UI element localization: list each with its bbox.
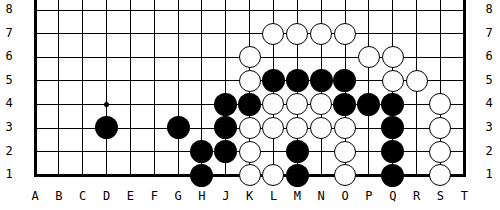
- board-cell[interactable]: [452, 93, 476, 117]
- board-cell[interactable]: [309, 45, 333, 69]
- board-cell[interactable]: [190, 45, 214, 69]
- stone-black: [214, 93, 237, 116]
- board-cell[interactable]: [47, 0, 71, 22]
- board-cell[interactable]: [47, 69, 71, 93]
- stone-white: [262, 93, 284, 115]
- stone-white: [334, 117, 356, 139]
- board-cell[interactable]: [190, 116, 214, 140]
- col-label: G: [171, 189, 185, 203]
- stone-white: [262, 23, 284, 45]
- board-cell[interactable]: [428, 45, 452, 69]
- stone-white: [310, 23, 332, 45]
- board-cell[interactable]: [381, 69, 405, 93]
- row-label-left: 6: [2, 49, 16, 63]
- board-cell[interactable]: [118, 163, 142, 187]
- row-label-right: 5: [482, 73, 496, 87]
- board-cell[interactable]: [166, 140, 190, 164]
- board-cell[interactable]: [262, 22, 286, 46]
- board-cell[interactable]: [262, 140, 286, 164]
- board-cell[interactable]: [309, 140, 333, 164]
- board-cell[interactable]: [238, 140, 262, 164]
- board-cell[interactable]: [333, 45, 357, 69]
- board-cell[interactable]: [309, 69, 333, 93]
- row-label-left: 4: [2, 96, 16, 110]
- col-label: B: [52, 189, 66, 203]
- board-cell[interactable]: [285, 140, 309, 164]
- board-cell[interactable]: [118, 22, 142, 46]
- board-cell[interactable]: [452, 116, 476, 140]
- stone-black: [333, 69, 356, 92]
- board-cell[interactable]: [142, 163, 166, 187]
- board-cell[interactable]: [285, 45, 309, 69]
- board-cell[interactable]: [71, 140, 95, 164]
- stone-white: [310, 117, 332, 139]
- stone-white: [262, 164, 284, 186]
- board-cell[interactable]: [333, 140, 357, 164]
- stone-white: [429, 141, 451, 163]
- stone-black: [95, 116, 118, 139]
- stone-white: [239, 117, 261, 139]
- board-cell[interactable]: [190, 69, 214, 93]
- stone-white: [358, 46, 380, 68]
- board-cell[interactable]: [262, 93, 286, 117]
- board-cell[interactable]: [405, 93, 429, 117]
- board-cell[interactable]: [262, 0, 286, 22]
- stone-black: [381, 93, 404, 116]
- board-cell[interactable]: [238, 116, 262, 140]
- board-cell[interactable]: [357, 0, 381, 22]
- board-cell[interactable]: [238, 163, 262, 187]
- board-cell[interactable]: [405, 0, 429, 22]
- board-cell[interactable]: [71, 69, 95, 93]
- board-cell[interactable]: [238, 93, 262, 117]
- board-cell[interactable]: [428, 0, 452, 22]
- col-label: E: [123, 189, 137, 203]
- board-cell[interactable]: [118, 45, 142, 69]
- board-cell[interactable]: [95, 140, 119, 164]
- board-cell[interactable]: [381, 163, 405, 187]
- board-cell[interactable]: [262, 116, 286, 140]
- board-cell[interactable]: [405, 116, 429, 140]
- board-cell[interactable]: [214, 93, 238, 117]
- board-cell[interactable]: [452, 45, 476, 69]
- col-label: A: [28, 189, 42, 203]
- col-label: K: [243, 189, 257, 203]
- board-cell[interactable]: [381, 22, 405, 46]
- board-cell[interactable]: [214, 140, 238, 164]
- stone-white: [262, 117, 284, 139]
- board-cell[interactable]: [238, 69, 262, 93]
- board-cell[interactable]: [23, 22, 47, 46]
- col-label: J: [219, 189, 233, 203]
- row-label-right: 6: [482, 49, 496, 63]
- stone-white: [429, 117, 451, 139]
- board-cell[interactable]: [142, 0, 166, 22]
- stone-black: [286, 140, 309, 163]
- board-cell[interactable]: [142, 140, 166, 164]
- board-cell[interactable]: [47, 163, 71, 187]
- stone-white: [286, 117, 308, 139]
- board-cell[interactable]: [309, 0, 333, 22]
- stone-black: [190, 140, 213, 163]
- stone-white: [286, 93, 308, 115]
- board-cell[interactable]: [333, 22, 357, 46]
- board-cell[interactable]: [285, 22, 309, 46]
- col-label: N: [314, 189, 328, 203]
- board-cell[interactable]: [142, 69, 166, 93]
- board-cell[interactable]: [452, 163, 476, 187]
- board-cell[interactable]: [452, 140, 476, 164]
- board-cell[interactable]: [262, 69, 286, 93]
- board-cell[interactable]: [47, 45, 71, 69]
- row-label-left: 5: [2, 73, 16, 87]
- board-cell[interactable]: [47, 22, 71, 46]
- board-cell[interactable]: [190, 22, 214, 46]
- board-cell[interactable]: [95, 0, 119, 22]
- board-cell[interactable]: [309, 22, 333, 46]
- stone-white: [239, 141, 261, 163]
- board-cell[interactable]: [214, 22, 238, 46]
- board-cell[interactable]: [142, 93, 166, 117]
- board-cell[interactable]: [47, 93, 71, 117]
- row-label-right: 8: [482, 2, 496, 16]
- board-cell[interactable]: [71, 93, 95, 117]
- board-cell[interactable]: [23, 93, 47, 117]
- stone-white: [286, 23, 308, 45]
- board-cell[interactable]: [357, 140, 381, 164]
- col-label: F: [147, 189, 161, 203]
- board-cell[interactable]: [381, 93, 405, 117]
- row-label-left: 7: [2, 26, 16, 40]
- board-cell[interactable]: [357, 22, 381, 46]
- row-label-left: 1: [2, 167, 16, 181]
- board-cell[interactable]: [71, 22, 95, 46]
- board-cell[interactable]: [23, 140, 47, 164]
- board-cell[interactable]: [23, 0, 47, 22]
- board-cell[interactable]: [118, 69, 142, 93]
- col-label: S: [433, 189, 447, 203]
- board-cell[interactable]: [166, 116, 190, 140]
- board-cell[interactable]: [118, 93, 142, 117]
- board-cell[interactable]: [428, 69, 452, 93]
- stone-black: [286, 69, 309, 92]
- board-cell[interactable]: [166, 45, 190, 69]
- row-label-right: 7: [482, 26, 496, 40]
- col-label: O: [338, 189, 352, 203]
- board-cell[interactable]: [214, 116, 238, 140]
- board-cell[interactable]: [333, 93, 357, 117]
- stone-black: [167, 116, 190, 139]
- board-cell[interactable]: [333, 69, 357, 93]
- board-cell[interactable]: [452, 22, 476, 46]
- go-board-diagram: ABCDEFGHJKLMNOPQRST8877665544332211: [0, 0, 500, 210]
- board-cell[interactable]: [71, 0, 95, 22]
- col-label: D: [100, 189, 114, 203]
- board-cell[interactable]: [285, 163, 309, 187]
- board-cell[interactable]: [95, 69, 119, 93]
- board-cell[interactable]: [214, 163, 238, 187]
- row-label-left: 8: [2, 2, 16, 16]
- board-cell[interactable]: [238, 45, 262, 69]
- board-cell[interactable]: [166, 0, 190, 22]
- stone-black: [357, 93, 380, 116]
- go-board: [23, 0, 476, 187]
- board-cell[interactable]: [238, 22, 262, 46]
- stone-black: [310, 69, 333, 92]
- stone-black: [381, 116, 404, 139]
- board-cell[interactable]: [47, 116, 71, 140]
- board-cell[interactable]: [309, 163, 333, 187]
- board-cell[interactable]: [118, 116, 142, 140]
- stone-black: [381, 140, 404, 163]
- board-cell[interactable]: [71, 45, 95, 69]
- board-cell[interactable]: [23, 69, 47, 93]
- board-cell[interactable]: [357, 163, 381, 187]
- col-label: M: [290, 189, 304, 203]
- board-cell[interactable]: [95, 93, 119, 117]
- board-cell[interactable]: [142, 116, 166, 140]
- board-cell[interactable]: [357, 45, 381, 69]
- board-cell[interactable]: [166, 69, 190, 93]
- board-cell[interactable]: [238, 0, 262, 22]
- row-label-left: 2: [2, 144, 16, 158]
- col-label: R: [410, 189, 424, 203]
- board-cell[interactable]: [428, 140, 452, 164]
- stone-white: [239, 164, 261, 186]
- board-cell[interactable]: [405, 45, 429, 69]
- board-cell[interactable]: [357, 93, 381, 117]
- board-cell[interactable]: [166, 93, 190, 117]
- board-cell[interactable]: [357, 116, 381, 140]
- board-cell[interactable]: [333, 116, 357, 140]
- stone-white: [334, 23, 356, 45]
- board-cell[interactable]: [71, 116, 95, 140]
- col-label: H: [195, 189, 209, 203]
- board-cell[interactable]: [95, 45, 119, 69]
- col-label: L: [267, 189, 281, 203]
- stone-black: [238, 93, 261, 116]
- board-cell[interactable]: [285, 116, 309, 140]
- board-cell[interactable]: [47, 140, 71, 164]
- board-cell[interactable]: [452, 69, 476, 93]
- board-cell[interactable]: [23, 116, 47, 140]
- stone-white: [239, 70, 261, 92]
- board-cell[interactable]: [23, 45, 47, 69]
- col-label: T: [457, 189, 471, 203]
- board-cell[interactable]: [428, 116, 452, 140]
- board-cell[interactable]: [214, 45, 238, 69]
- row-label-right: 3: [482, 120, 496, 134]
- board-cell[interactable]: [381, 0, 405, 22]
- stone-white: [334, 164, 356, 186]
- stone-white: [406, 70, 428, 92]
- board-cell[interactable]: [452, 0, 476, 22]
- board-cell[interactable]: [285, 93, 309, 117]
- board-cell[interactable]: [428, 163, 452, 187]
- stone-black: [333, 93, 356, 116]
- board-cell[interactable]: [118, 140, 142, 164]
- col-label: C: [76, 189, 90, 203]
- board-cell[interactable]: [405, 22, 429, 46]
- board-cell[interactable]: [23, 163, 47, 187]
- board-cell[interactable]: [333, 0, 357, 22]
- board-cell[interactable]: [381, 140, 405, 164]
- col-label: P: [362, 189, 376, 203]
- board-cell[interactable]: [71, 163, 95, 187]
- board-cell[interactable]: [190, 0, 214, 22]
- board-cell[interactable]: [142, 22, 166, 46]
- board-cell[interactable]: [262, 45, 286, 69]
- board-cell[interactable]: [309, 116, 333, 140]
- board-cell[interactable]: [214, 69, 238, 93]
- board-cell[interactable]: [333, 163, 357, 187]
- board-cell[interactable]: [262, 163, 286, 187]
- board-cell[interactable]: [190, 140, 214, 164]
- row-label-right: 2: [482, 144, 496, 158]
- stone-black: [262, 69, 285, 92]
- board-cell[interactable]: [405, 140, 429, 164]
- stone-white: [334, 141, 356, 163]
- board-cell[interactable]: [166, 163, 190, 187]
- board-cell[interactable]: [285, 69, 309, 93]
- board-cell[interactable]: [118, 0, 142, 22]
- board-cell[interactable]: [190, 93, 214, 117]
- board-cell[interactable]: [95, 116, 119, 140]
- board-cell[interactable]: [285, 0, 309, 22]
- stone-black: [286, 164, 309, 187]
- stone-black: [190, 164, 213, 187]
- stone-black: [214, 140, 237, 163]
- board-cell[interactable]: [309, 93, 333, 117]
- stone-black: [214, 116, 237, 139]
- row-label-left: 3: [2, 120, 16, 134]
- stone-white: [382, 46, 404, 68]
- board-cell[interactable]: [357, 69, 381, 93]
- board-cell[interactable]: [405, 163, 429, 187]
- board-cell[interactable]: [428, 22, 452, 46]
- row-label-right: 1: [482, 167, 496, 181]
- board-cell[interactable]: [214, 0, 238, 22]
- board-cell[interactable]: [95, 22, 119, 46]
- stone-white: [429, 93, 451, 115]
- board-cell[interactable]: [190, 163, 214, 187]
- stone-black: [381, 164, 404, 187]
- board-cell[interactable]: [142, 45, 166, 69]
- board-cell[interactable]: [381, 45, 405, 69]
- board-cell[interactable]: [405, 69, 429, 93]
- row-label-right: 4: [482, 96, 496, 110]
- stone-white: [310, 93, 332, 115]
- stone-white: [429, 164, 451, 186]
- col-label: Q: [386, 189, 400, 203]
- board-cell[interactable]: [428, 93, 452, 117]
- board-cell[interactable]: [166, 22, 190, 46]
- stone-white: [382, 70, 404, 92]
- board-cell[interactable]: [95, 163, 119, 187]
- stone-white: [239, 46, 261, 68]
- board-cell[interactable]: [381, 116, 405, 140]
